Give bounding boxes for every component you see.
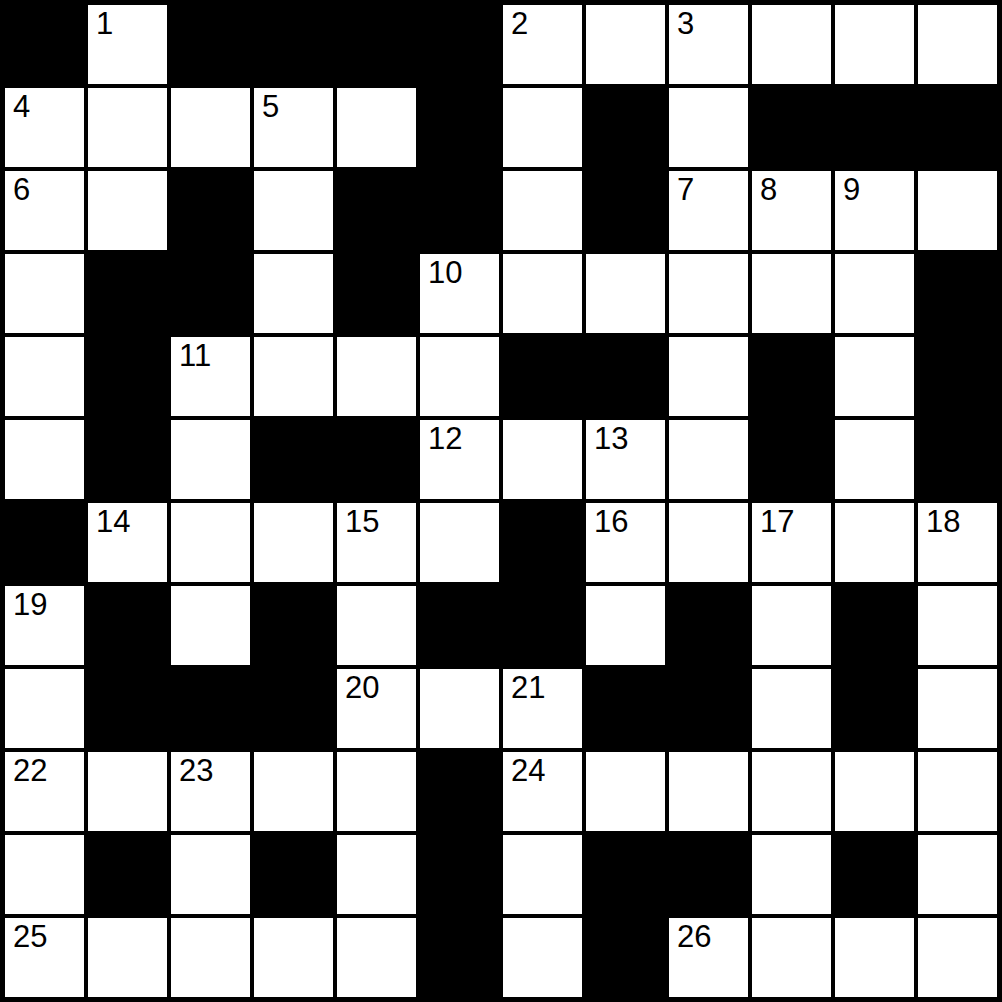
block-cell (833, 584, 916, 667)
crossword-cell[interactable] (667, 418, 750, 501)
crossword-cell[interactable] (169, 418, 252, 501)
crossword-cell[interactable] (833, 3, 916, 86)
crossword-cell[interactable] (501, 252, 584, 335)
crossword-cell[interactable] (584, 750, 667, 833)
block-cell (833, 833, 916, 916)
block-cell (86, 584, 169, 667)
clue-number: 9 (843, 174, 860, 207)
crossword-cell[interactable] (916, 916, 999, 999)
crossword-cell[interactable] (833, 418, 916, 501)
clue-number: 10 (428, 257, 462, 290)
block-cell (252, 833, 335, 916)
crossword-cell[interactable]: 1 (86, 3, 169, 86)
clue-number: 19 (13, 589, 47, 622)
block-cell (169, 252, 252, 335)
crossword-cell[interactable] (833, 252, 916, 335)
block-cell (169, 3, 252, 86)
crossword-cell[interactable]: 21 (501, 667, 584, 750)
clue-number: 11 (179, 340, 211, 373)
crossword-cell[interactable] (501, 916, 584, 999)
crossword-cell[interactable] (916, 3, 999, 86)
block-cell (667, 833, 750, 916)
crossword-cell[interactable] (750, 3, 833, 86)
crossword-cell[interactable] (750, 833, 833, 916)
crossword-cell[interactable]: 20 (335, 667, 418, 750)
crossword-cell[interactable] (169, 584, 252, 667)
crossword-cell[interactable] (252, 252, 335, 335)
crossword-cell[interactable] (916, 750, 999, 833)
block-cell (501, 335, 584, 418)
block-cell (584, 335, 667, 418)
crossword-cell[interactable]: 14 (86, 501, 169, 584)
crossword-cell[interactable] (252, 916, 335, 999)
block-cell (584, 169, 667, 252)
crossword-cell[interactable]: 3 (667, 3, 750, 86)
crossword-cell[interactable] (335, 335, 418, 418)
crossword-cell[interactable] (86, 750, 169, 833)
clue-number: 23 (179, 755, 213, 788)
crossword-cell[interactable] (3, 418, 86, 501)
crossword-cell[interactable] (916, 667, 999, 750)
block-cell (667, 667, 750, 750)
block-cell (418, 750, 501, 833)
block-cell (335, 3, 418, 86)
block-cell (916, 335, 999, 418)
crossword-board: 1234567891011121314151617181920212223242… (0, 0, 1002, 1002)
crossword-cell[interactable] (335, 750, 418, 833)
block-cell (916, 252, 999, 335)
block-cell (418, 86, 501, 169)
block-cell (252, 584, 335, 667)
crossword-cell[interactable]: 18 (916, 501, 999, 584)
crossword-cell[interactable]: 13 (584, 418, 667, 501)
block-cell (86, 252, 169, 335)
crossword-cell[interactable] (3, 667, 86, 750)
clue-number: 16 (594, 506, 628, 539)
block-cell (667, 584, 750, 667)
crossword-cell[interactable] (750, 916, 833, 999)
clue-number: 26 (677, 921, 711, 954)
crossword-cell[interactable] (501, 169, 584, 252)
crossword-cell[interactable] (584, 3, 667, 86)
block-cell (750, 86, 833, 169)
block-cell (418, 3, 501, 86)
crossword-cell[interactable] (750, 252, 833, 335)
clue-number: 22 (13, 755, 47, 788)
crossword-cell[interactable]: 16 (584, 501, 667, 584)
crossword-cell[interactable] (418, 501, 501, 584)
crossword-cell[interactable]: 6 (3, 169, 86, 252)
block-cell (501, 501, 584, 584)
crossword-cell[interactable] (750, 667, 833, 750)
clue-number: 18 (926, 506, 960, 539)
crossword-cell[interactable] (667, 750, 750, 833)
crossword-cell[interactable] (86, 169, 169, 252)
block-cell (86, 833, 169, 916)
crossword-cell[interactable] (584, 252, 667, 335)
clue-number: 2 (511, 8, 528, 41)
crossword-cell[interactable] (3, 833, 86, 916)
crossword-cell[interactable]: 5 (252, 86, 335, 169)
crossword-cell[interactable] (916, 833, 999, 916)
crossword-cell[interactable]: 8 (750, 169, 833, 252)
crossword-cell[interactable]: 17 (750, 501, 833, 584)
clue-number: 17 (760, 506, 794, 539)
block-cell (833, 86, 916, 169)
crossword-cell[interactable]: 19 (3, 584, 86, 667)
crossword-cell[interactable]: 22 (3, 750, 86, 833)
crossword-cell[interactable] (418, 667, 501, 750)
crossword-cell[interactable]: 26 (667, 916, 750, 999)
crossword-cell[interactable] (667, 335, 750, 418)
crossword-cell[interactable]: 10 (418, 252, 501, 335)
crossword-cell[interactable]: 11 (169, 335, 252, 418)
clue-number: 20 (345, 672, 379, 705)
block-cell (335, 169, 418, 252)
crossword-cell[interactable]: 9 (833, 169, 916, 252)
crossword-cell[interactable] (335, 833, 418, 916)
block-cell (584, 833, 667, 916)
crossword-cell[interactable]: 24 (501, 750, 584, 833)
crossword-cell[interactable] (3, 252, 86, 335)
crossword-cell[interactable] (916, 584, 999, 667)
block-cell (252, 418, 335, 501)
crossword-cell[interactable] (252, 169, 335, 252)
crossword-cell[interactable] (252, 335, 335, 418)
clue-number: 12 (428, 423, 462, 456)
crossword-cell[interactable] (169, 86, 252, 169)
block-cell (750, 335, 833, 418)
crossword-cell[interactable] (335, 584, 418, 667)
block-cell (418, 169, 501, 252)
crossword-cell[interactable] (833, 916, 916, 999)
crossword-cell[interactable] (501, 86, 584, 169)
clue-number: 7 (677, 174, 694, 207)
crossword-cell[interactable]: 4 (3, 86, 86, 169)
crossword-cell[interactable]: 7 (667, 169, 750, 252)
block-cell (252, 3, 335, 86)
block-cell (3, 501, 86, 584)
block-cell (418, 916, 501, 999)
clue-number: 5 (262, 91, 279, 124)
clue-number: 8 (760, 174, 777, 207)
crossword-cell[interactable] (667, 252, 750, 335)
crossword-cell[interactable] (584, 584, 667, 667)
block-cell (335, 418, 418, 501)
block-cell (86, 667, 169, 750)
block-cell (584, 916, 667, 999)
clue-number: 25 (13, 921, 47, 954)
crossword-cell[interactable]: 25 (3, 916, 86, 999)
crossword-cell[interactable]: 15 (335, 501, 418, 584)
block-cell (3, 3, 86, 86)
clue-number: 3 (677, 8, 694, 41)
block-cell (418, 833, 501, 916)
crossword-cell[interactable] (335, 86, 418, 169)
block-cell (916, 418, 999, 501)
clue-number: 21 (511, 672, 545, 705)
crossword-cell[interactable] (252, 750, 335, 833)
clue-number: 1 (96, 8, 113, 41)
block-cell (750, 418, 833, 501)
crossword-cell[interactable] (667, 86, 750, 169)
crossword-cell[interactable] (169, 501, 252, 584)
crossword-cell[interactable] (916, 169, 999, 252)
crossword-cell[interactable]: 2 (501, 3, 584, 86)
crossword-cell[interactable] (169, 916, 252, 999)
clue-number: 6 (13, 174, 30, 207)
crossword-cell[interactable] (833, 335, 916, 418)
block-cell (418, 584, 501, 667)
crossword-cell[interactable] (750, 584, 833, 667)
crossword-cell[interactable] (418, 335, 501, 418)
crossword-cell[interactable] (501, 418, 584, 501)
block-cell (335, 252, 418, 335)
crossword-cell[interactable] (833, 750, 916, 833)
block-cell (916, 86, 999, 169)
block-cell (169, 667, 252, 750)
crossword-cell[interactable] (86, 916, 169, 999)
clue-number: 13 (594, 423, 628, 456)
crossword-cell[interactable] (86, 86, 169, 169)
crossword-cell[interactable] (833, 501, 916, 584)
crossword-cell[interactable] (335, 916, 418, 999)
block-cell (833, 667, 916, 750)
block-cell (501, 584, 584, 667)
block-cell (86, 418, 169, 501)
crossword-cell[interactable]: 23 (169, 750, 252, 833)
crossword-cell[interactable] (501, 833, 584, 916)
block-cell (86, 335, 169, 418)
crossword-cell[interactable] (750, 750, 833, 833)
crossword-cell[interactable] (252, 501, 335, 584)
clue-number: 14 (96, 506, 130, 539)
clue-number: 24 (511, 755, 545, 788)
block-cell (252, 667, 335, 750)
block-cell (584, 667, 667, 750)
clue-number: 4 (13, 91, 30, 124)
crossword-cell[interactable]: 12 (418, 418, 501, 501)
block-cell (169, 169, 252, 252)
crossword-cell[interactable] (3, 335, 86, 418)
crossword-cell[interactable] (169, 833, 252, 916)
crossword-cell[interactable] (667, 501, 750, 584)
block-cell (584, 86, 667, 169)
clue-number: 15 (345, 506, 379, 539)
